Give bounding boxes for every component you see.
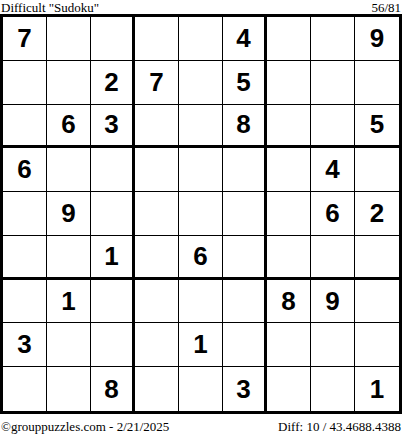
cell-r8c8[interactable] [311,323,355,367]
cell-r2c4[interactable]: 7 [135,61,179,105]
difficulty-text: Diff: 10 / 43.4688.4388 [278,420,401,434]
cell-r9c6[interactable]: 3 [223,367,267,411]
cell-r9c7[interactable] [267,367,311,411]
cell-r4c3[interactable] [91,148,135,192]
cell-r8c9[interactable] [355,323,399,367]
cell-r5c8[interactable]: 6 [311,192,355,236]
cell-r1c9[interactable]: 9 [355,17,399,61]
cell-r1c2[interactable] [47,17,91,61]
cell-r7c9[interactable] [355,280,399,324]
cell-r4c4[interactable] [135,148,179,192]
cell-r6c2[interactable] [47,236,91,280]
cell-r5c7[interactable] [267,192,311,236]
cell-r6c7[interactable] [267,236,311,280]
cell-r3c1[interactable] [3,105,47,149]
cell-r5c1[interactable] [3,192,47,236]
cell-r2c8[interactable] [311,61,355,105]
cell-r9c8[interactable] [311,367,355,411]
cell-r2c3[interactable]: 2 [91,61,135,105]
cell-r4c6[interactable] [223,148,267,192]
cell-r3c2[interactable]: 6 [47,105,91,149]
cell-r5c2[interactable]: 9 [47,192,91,236]
cell-r9c3[interactable]: 8 [91,367,135,411]
cell-r2c5[interactable] [179,61,223,105]
cell-r1c8[interactable] [311,17,355,61]
header: Difficult "Sudoku" 56/81 [0,0,402,14]
cell-r6c5[interactable]: 6 [179,236,223,280]
cell-r1c4[interactable] [135,17,179,61]
cell-r3c3[interactable]: 3 [91,105,135,149]
cell-r8c1[interactable]: 3 [3,323,47,367]
cell-r8c5[interactable]: 1 [179,323,223,367]
cell-r5c5[interactable] [179,192,223,236]
cell-r2c7[interactable] [267,61,311,105]
cell-r7c2[interactable]: 1 [47,280,91,324]
cells-remaining-counter: 56/81 [371,1,401,14]
cell-r6c6[interactable] [223,236,267,280]
cell-r5c3[interactable] [91,192,135,236]
cell-r5c9[interactable]: 2 [355,192,399,236]
cell-r6c1[interactable] [3,236,47,280]
cell-r3c9[interactable]: 5 [355,105,399,149]
cell-r8c3[interactable] [91,323,135,367]
cell-r2c2[interactable] [47,61,91,105]
cell-r3c7[interactable] [267,105,311,149]
cell-r7c7[interactable]: 8 [267,280,311,324]
cell-r7c6[interactable] [223,280,267,324]
cell-r9c9[interactable]: 1 [355,367,399,411]
cell-r9c2[interactable] [47,367,91,411]
cell-r4c8[interactable]: 4 [311,148,355,192]
puzzle-title: Difficult "Sudoku" [1,1,99,14]
cell-r7c8[interactable]: 9 [311,280,355,324]
cell-r1c1[interactable]: 7 [3,17,47,61]
cell-r8c2[interactable] [47,323,91,367]
cell-r3c8[interactable] [311,105,355,149]
cell-r3c5[interactable] [179,105,223,149]
cell-r6c4[interactable] [135,236,179,280]
cell-r9c1[interactable] [3,367,47,411]
cell-r8c6[interactable] [223,323,267,367]
cell-r8c7[interactable] [267,323,311,367]
sudoku-page: Difficult "Sudoku" 56/81 749275638564962… [0,0,402,437]
cell-r7c3[interactable] [91,280,135,324]
cell-r6c9[interactable] [355,236,399,280]
cell-r8c4[interactable] [135,323,179,367]
cell-r7c4[interactable] [135,280,179,324]
cell-r7c1[interactable] [3,280,47,324]
cell-r7c5[interactable] [179,280,223,324]
cell-r1c3[interactable] [91,17,135,61]
cell-r1c6[interactable]: 4 [223,17,267,61]
cell-r2c1[interactable] [3,61,47,105]
cell-r2c6[interactable]: 5 [223,61,267,105]
cell-r5c6[interactable] [223,192,267,236]
cell-r4c9[interactable] [355,148,399,192]
cell-r9c4[interactable] [135,367,179,411]
sudoku-board: 7492756385649621618931831 [0,14,402,414]
cell-r4c1[interactable]: 6 [3,148,47,192]
cell-r4c5[interactable] [179,148,223,192]
cell-r9c5[interactable] [179,367,223,411]
cell-r1c7[interactable] [267,17,311,61]
cell-r1c5[interactable] [179,17,223,61]
copyright-text: ©grouppuzzles.com - 2/21/2025 [1,420,169,434]
cell-r5c4[interactable] [135,192,179,236]
cell-r2c9[interactable] [355,61,399,105]
cell-r4c2[interactable] [47,148,91,192]
cell-r3c6[interactable]: 8 [223,105,267,149]
cell-r3c4[interactable] [135,105,179,149]
footer: ©grouppuzzles.com - 2/21/2025 Diff: 10 /… [0,414,402,437]
cell-r4c7[interactable] [267,148,311,192]
cell-r6c8[interactable] [311,236,355,280]
cell-r6c3[interactable]: 1 [91,236,135,280]
